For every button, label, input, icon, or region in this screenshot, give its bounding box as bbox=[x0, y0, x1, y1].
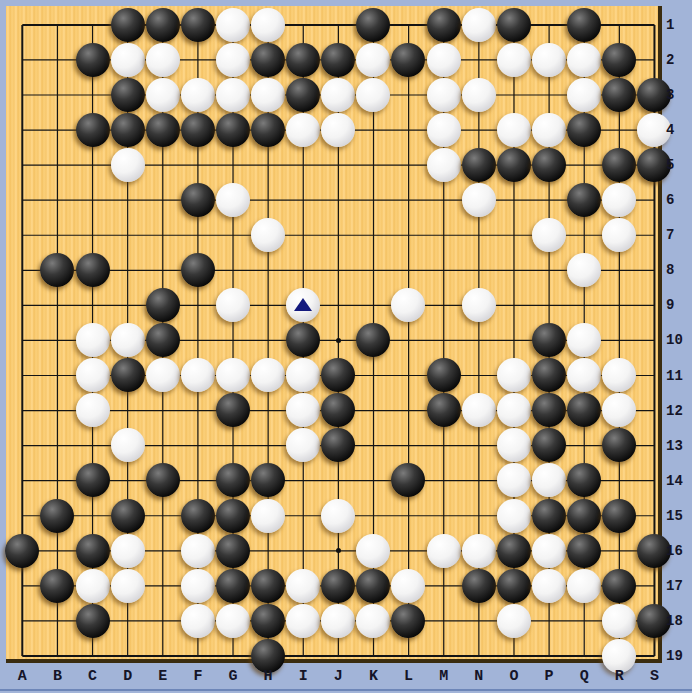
intersection-D1[interactable] bbox=[110, 7, 145, 42]
intersection-B10[interactable] bbox=[40, 323, 75, 358]
intersection-M14[interactable] bbox=[426, 463, 461, 498]
intersection-I18[interactable] bbox=[286, 603, 321, 638]
intersection-I8[interactable] bbox=[286, 253, 321, 288]
intersection-R18[interactable] bbox=[602, 603, 637, 638]
intersection-B3[interactable] bbox=[40, 77, 75, 112]
intersection-J2[interactable] bbox=[321, 42, 356, 77]
intersection-I5[interactable] bbox=[286, 148, 321, 183]
intersection-M15[interactable] bbox=[426, 498, 461, 533]
intersection-J3[interactable] bbox=[321, 77, 356, 112]
intersection-B9[interactable] bbox=[40, 288, 75, 323]
intersection-J9[interactable] bbox=[321, 288, 356, 323]
intersection-A6[interactable] bbox=[5, 183, 40, 218]
intersection-R9[interactable] bbox=[602, 288, 637, 323]
intersection-C10[interactable] bbox=[75, 323, 110, 358]
intersection-M17[interactable] bbox=[426, 568, 461, 603]
intersection-O7[interactable] bbox=[496, 218, 531, 253]
intersection-D5[interactable] bbox=[110, 148, 145, 183]
intersection-K17[interactable] bbox=[356, 568, 391, 603]
intersection-C18[interactable] bbox=[75, 603, 110, 638]
intersection-O12[interactable] bbox=[496, 393, 531, 428]
intersection-N18[interactable] bbox=[461, 603, 496, 638]
intersection-C1[interactable] bbox=[75, 7, 110, 42]
intersection-E8[interactable] bbox=[145, 253, 180, 288]
intersection-A9[interactable] bbox=[5, 288, 40, 323]
intersection-G12[interactable] bbox=[215, 393, 250, 428]
intersection-J18[interactable] bbox=[321, 603, 356, 638]
intersection-H1[interactable] bbox=[251, 7, 286, 42]
intersection-D13[interactable] bbox=[110, 428, 145, 463]
intersection-A11[interactable] bbox=[5, 358, 40, 393]
intersection-O14[interactable] bbox=[496, 463, 531, 498]
intersection-P8[interactable] bbox=[531, 253, 566, 288]
intersection-L10[interactable] bbox=[391, 323, 426, 358]
intersection-F13[interactable] bbox=[180, 428, 215, 463]
intersection-J10[interactable] bbox=[321, 323, 356, 358]
intersection-K7[interactable] bbox=[356, 218, 391, 253]
intersection-L8[interactable] bbox=[391, 253, 426, 288]
intersection-A5[interactable] bbox=[5, 148, 40, 183]
intersection-K10[interactable] bbox=[356, 323, 391, 358]
intersection-D2[interactable] bbox=[110, 42, 145, 77]
intersection-O6[interactable] bbox=[496, 183, 531, 218]
intersection-A1[interactable] bbox=[5, 7, 40, 42]
intersection-A8[interactable] bbox=[5, 253, 40, 288]
intersection-I1[interactable] bbox=[286, 7, 321, 42]
intersection-E3[interactable] bbox=[145, 77, 180, 112]
intersection-E4[interactable] bbox=[145, 113, 180, 148]
intersection-N10[interactable] bbox=[461, 323, 496, 358]
intersection-C17[interactable] bbox=[75, 568, 110, 603]
intersection-D4[interactable] bbox=[110, 113, 145, 148]
intersection-Q16[interactable] bbox=[566, 533, 601, 568]
intersection-C7[interactable] bbox=[75, 218, 110, 253]
intersection-H2[interactable] bbox=[251, 42, 286, 77]
intersection-M8[interactable] bbox=[426, 253, 461, 288]
intersection-F8[interactable] bbox=[180, 253, 215, 288]
intersection-O2[interactable] bbox=[496, 42, 531, 77]
intersection-Q11[interactable] bbox=[566, 358, 601, 393]
intersection-O9[interactable] bbox=[496, 288, 531, 323]
intersection-H6[interactable] bbox=[251, 183, 286, 218]
intersection-I12[interactable] bbox=[286, 393, 321, 428]
intersection-A4[interactable] bbox=[5, 113, 40, 148]
intersection-E10[interactable] bbox=[145, 323, 180, 358]
intersection-L5[interactable] bbox=[391, 148, 426, 183]
intersection-Q7[interactable] bbox=[566, 218, 601, 253]
intersection-D10[interactable] bbox=[110, 323, 145, 358]
intersection-B4[interactable] bbox=[40, 113, 75, 148]
intersection-H14[interactable] bbox=[251, 463, 286, 498]
intersection-P17[interactable] bbox=[531, 568, 566, 603]
intersection-O1[interactable] bbox=[496, 7, 531, 42]
intersection-E7[interactable] bbox=[145, 218, 180, 253]
intersection-J12[interactable] bbox=[321, 393, 356, 428]
intersection-H8[interactable] bbox=[251, 253, 286, 288]
intersection-Q12[interactable] bbox=[566, 393, 601, 428]
intersection-R17[interactable] bbox=[602, 568, 637, 603]
intersection-E11[interactable] bbox=[145, 358, 180, 393]
intersection-Q9[interactable] bbox=[566, 288, 601, 323]
intersection-H18[interactable] bbox=[251, 603, 286, 638]
intersection-O10[interactable] bbox=[496, 323, 531, 358]
intersection-F3[interactable] bbox=[180, 77, 215, 112]
intersection-K9[interactable] bbox=[356, 288, 391, 323]
intersection-C5[interactable] bbox=[75, 148, 110, 183]
intersection-J6[interactable] bbox=[321, 183, 356, 218]
intersection-H16[interactable] bbox=[251, 533, 286, 568]
intersection-H7[interactable] bbox=[251, 218, 286, 253]
intersection-G5[interactable] bbox=[215, 148, 250, 183]
intersection-L14[interactable] bbox=[391, 463, 426, 498]
intersection-L17[interactable] bbox=[391, 568, 426, 603]
intersection-D17[interactable] bbox=[110, 568, 145, 603]
intersection-J15[interactable] bbox=[321, 498, 356, 533]
intersection-P5[interactable] bbox=[531, 148, 566, 183]
intersection-N3[interactable] bbox=[461, 77, 496, 112]
intersection-B2[interactable] bbox=[40, 42, 75, 77]
intersection-R1[interactable] bbox=[602, 7, 637, 42]
intersection-A10[interactable] bbox=[5, 323, 40, 358]
intersection-A15[interactable] bbox=[5, 498, 40, 533]
intersection-K4[interactable] bbox=[356, 113, 391, 148]
intersection-R5[interactable] bbox=[602, 148, 637, 183]
intersection-C2[interactable] bbox=[75, 42, 110, 77]
intersection-G4[interactable] bbox=[215, 113, 250, 148]
intersection-C9[interactable] bbox=[75, 288, 110, 323]
intersection-C8[interactable] bbox=[75, 253, 110, 288]
intersection-I16[interactable] bbox=[286, 533, 321, 568]
intersection-I4[interactable] bbox=[286, 113, 321, 148]
intersection-M16[interactable] bbox=[426, 533, 461, 568]
intersection-R7[interactable] bbox=[602, 218, 637, 253]
intersection-K15[interactable] bbox=[356, 498, 391, 533]
intersection-N15[interactable] bbox=[461, 498, 496, 533]
intersection-B14[interactable] bbox=[40, 463, 75, 498]
intersection-K6[interactable] bbox=[356, 183, 391, 218]
intersection-D12[interactable] bbox=[110, 393, 145, 428]
intersection-G1[interactable] bbox=[215, 7, 250, 42]
intersection-Q4[interactable] bbox=[566, 113, 601, 148]
intersection-I9[interactable] bbox=[286, 288, 321, 323]
intersection-A18[interactable] bbox=[5, 603, 40, 638]
intersection-L15[interactable] bbox=[391, 498, 426, 533]
intersection-E13[interactable] bbox=[145, 428, 180, 463]
intersection-M1[interactable] bbox=[426, 7, 461, 42]
intersection-M11[interactable] bbox=[426, 358, 461, 393]
intersection-G7[interactable] bbox=[215, 218, 250, 253]
intersection-R15[interactable] bbox=[602, 498, 637, 533]
intersection-N13[interactable] bbox=[461, 428, 496, 463]
intersection-H13[interactable] bbox=[251, 428, 286, 463]
intersection-N16[interactable] bbox=[461, 533, 496, 568]
intersection-R3[interactable] bbox=[602, 77, 637, 112]
intersection-K5[interactable] bbox=[356, 148, 391, 183]
intersection-D14[interactable] bbox=[110, 463, 145, 498]
intersection-Q6[interactable] bbox=[566, 183, 601, 218]
intersection-C12[interactable] bbox=[75, 393, 110, 428]
intersection-D9[interactable] bbox=[110, 288, 145, 323]
intersection-G13[interactable] bbox=[215, 428, 250, 463]
intersection-Q14[interactable] bbox=[566, 463, 601, 498]
intersection-Q15[interactable] bbox=[566, 498, 601, 533]
intersection-E18[interactable] bbox=[145, 603, 180, 638]
intersection-M3[interactable] bbox=[426, 77, 461, 112]
intersection-N17[interactable] bbox=[461, 568, 496, 603]
intersection-E12[interactable] bbox=[145, 393, 180, 428]
intersection-I15[interactable] bbox=[286, 498, 321, 533]
intersection-H15[interactable] bbox=[251, 498, 286, 533]
intersection-C11[interactable] bbox=[75, 358, 110, 393]
intersection-Q8[interactable] bbox=[566, 253, 601, 288]
intersection-P14[interactable] bbox=[531, 463, 566, 498]
intersection-K18[interactable] bbox=[356, 603, 391, 638]
intersection-E17[interactable] bbox=[145, 568, 180, 603]
intersection-G2[interactable] bbox=[215, 42, 250, 77]
intersection-D3[interactable] bbox=[110, 77, 145, 112]
intersection-B18[interactable] bbox=[40, 603, 75, 638]
intersection-L2[interactable] bbox=[391, 42, 426, 77]
intersection-A7[interactable] bbox=[5, 218, 40, 253]
intersection-R6[interactable] bbox=[602, 183, 637, 218]
intersection-G10[interactable] bbox=[215, 323, 250, 358]
intersection-J5[interactable] bbox=[321, 148, 356, 183]
intersection-F16[interactable] bbox=[180, 533, 215, 568]
intersection-I10[interactable] bbox=[286, 323, 321, 358]
intersection-D18[interactable] bbox=[110, 603, 145, 638]
intersection-P16[interactable] bbox=[531, 533, 566, 568]
intersection-N8[interactable] bbox=[461, 253, 496, 288]
intersection-D8[interactable] bbox=[110, 253, 145, 288]
intersection-E5[interactable] bbox=[145, 148, 180, 183]
intersection-P12[interactable] bbox=[531, 393, 566, 428]
intersection-L12[interactable] bbox=[391, 393, 426, 428]
intersection-P13[interactable] bbox=[531, 428, 566, 463]
intersection-O16[interactable] bbox=[496, 533, 531, 568]
intersection-B1[interactable] bbox=[40, 7, 75, 42]
intersection-F1[interactable] bbox=[180, 7, 215, 42]
intersection-G11[interactable] bbox=[215, 358, 250, 393]
intersection-Q10[interactable] bbox=[566, 323, 601, 358]
intersection-F6[interactable] bbox=[180, 183, 215, 218]
intersection-G14[interactable] bbox=[215, 463, 250, 498]
intersection-J13[interactable] bbox=[321, 428, 356, 463]
intersection-K3[interactable] bbox=[356, 77, 391, 112]
intersection-M10[interactable] bbox=[426, 323, 461, 358]
intersection-E14[interactable] bbox=[145, 463, 180, 498]
intersection-K2[interactable] bbox=[356, 42, 391, 77]
intersection-K13[interactable] bbox=[356, 428, 391, 463]
intersection-N4[interactable] bbox=[461, 113, 496, 148]
intersection-K14[interactable] bbox=[356, 463, 391, 498]
intersection-H17[interactable] bbox=[251, 568, 286, 603]
intersection-J1[interactable] bbox=[321, 7, 356, 42]
intersection-B15[interactable] bbox=[40, 498, 75, 533]
intersection-N14[interactable] bbox=[461, 463, 496, 498]
intersection-N11[interactable] bbox=[461, 358, 496, 393]
intersection-L7[interactable] bbox=[391, 218, 426, 253]
intersection-L16[interactable] bbox=[391, 533, 426, 568]
intersection-L4[interactable] bbox=[391, 113, 426, 148]
intersection-R16[interactable] bbox=[602, 533, 637, 568]
intersection-L1[interactable] bbox=[391, 7, 426, 42]
intersection-E1[interactable] bbox=[145, 7, 180, 42]
intersection-O13[interactable] bbox=[496, 428, 531, 463]
intersection-Q1[interactable] bbox=[566, 7, 601, 42]
intersection-G8[interactable] bbox=[215, 253, 250, 288]
intersection-C16[interactable] bbox=[75, 533, 110, 568]
intersection-B12[interactable] bbox=[40, 393, 75, 428]
intersection-C14[interactable] bbox=[75, 463, 110, 498]
intersection-N1[interactable] bbox=[461, 7, 496, 42]
intersection-F5[interactable] bbox=[180, 148, 215, 183]
intersection-R8[interactable] bbox=[602, 253, 637, 288]
intersection-Q2[interactable] bbox=[566, 42, 601, 77]
intersection-G6[interactable] bbox=[215, 183, 250, 218]
intersection-N6[interactable] bbox=[461, 183, 496, 218]
intersection-K8[interactable] bbox=[356, 253, 391, 288]
intersection-M6[interactable] bbox=[426, 183, 461, 218]
intersection-Q18[interactable] bbox=[566, 603, 601, 638]
intersection-J17[interactable] bbox=[321, 568, 356, 603]
intersection-A2[interactable] bbox=[5, 42, 40, 77]
intersection-O18[interactable] bbox=[496, 603, 531, 638]
intersection-L6[interactable] bbox=[391, 183, 426, 218]
intersection-I14[interactable] bbox=[286, 463, 321, 498]
intersection-R10[interactable] bbox=[602, 323, 637, 358]
intersection-F10[interactable] bbox=[180, 323, 215, 358]
intersection-R4[interactable] bbox=[602, 113, 637, 148]
intersection-F2[interactable] bbox=[180, 42, 215, 77]
intersection-D15[interactable] bbox=[110, 498, 145, 533]
intersection-M2[interactable] bbox=[426, 42, 461, 77]
intersection-B5[interactable] bbox=[40, 148, 75, 183]
intersection-C3[interactable] bbox=[75, 77, 110, 112]
intersection-H11[interactable] bbox=[251, 358, 286, 393]
intersection-E15[interactable] bbox=[145, 498, 180, 533]
intersection-O11[interactable] bbox=[496, 358, 531, 393]
intersection-N7[interactable] bbox=[461, 218, 496, 253]
intersection-E9[interactable] bbox=[145, 288, 180, 323]
intersection-F4[interactable] bbox=[180, 113, 215, 148]
intersection-R12[interactable] bbox=[602, 393, 637, 428]
intersection-A13[interactable] bbox=[5, 428, 40, 463]
intersection-F18[interactable] bbox=[180, 603, 215, 638]
intersection-E16[interactable] bbox=[145, 533, 180, 568]
intersection-R2[interactable] bbox=[602, 42, 637, 77]
intersection-K12[interactable] bbox=[356, 393, 391, 428]
intersection-R13[interactable] bbox=[602, 428, 637, 463]
intersection-Q13[interactable] bbox=[566, 428, 601, 463]
intersection-I7[interactable] bbox=[286, 218, 321, 253]
stone-grid[interactable] bbox=[5, 7, 672, 673]
intersection-F11[interactable] bbox=[180, 358, 215, 393]
intersection-N12[interactable] bbox=[461, 393, 496, 428]
intersection-N5[interactable] bbox=[461, 148, 496, 183]
intersection-G9[interactable] bbox=[215, 288, 250, 323]
intersection-P4[interactable] bbox=[531, 113, 566, 148]
intersection-P11[interactable] bbox=[531, 358, 566, 393]
intersection-O4[interactable] bbox=[496, 113, 531, 148]
intersection-B8[interactable] bbox=[40, 253, 75, 288]
intersection-E6[interactable] bbox=[145, 183, 180, 218]
intersection-F9[interactable] bbox=[180, 288, 215, 323]
intersection-I13[interactable] bbox=[286, 428, 321, 463]
intersection-H3[interactable] bbox=[251, 77, 286, 112]
intersection-J11[interactable] bbox=[321, 358, 356, 393]
intersection-C13[interactable] bbox=[75, 428, 110, 463]
intersection-K16[interactable] bbox=[356, 533, 391, 568]
intersection-M13[interactable] bbox=[426, 428, 461, 463]
intersection-P1[interactable] bbox=[531, 7, 566, 42]
intersection-B11[interactable] bbox=[40, 358, 75, 393]
intersection-I17[interactable] bbox=[286, 568, 321, 603]
intersection-J16[interactable] bbox=[321, 533, 356, 568]
intersection-M7[interactable] bbox=[426, 218, 461, 253]
intersection-K11[interactable] bbox=[356, 358, 391, 393]
intersection-G15[interactable] bbox=[215, 498, 250, 533]
intersection-M5[interactable] bbox=[426, 148, 461, 183]
intersection-B17[interactable] bbox=[40, 568, 75, 603]
intersection-B16[interactable] bbox=[40, 533, 75, 568]
intersection-O15[interactable] bbox=[496, 498, 531, 533]
intersection-J14[interactable] bbox=[321, 463, 356, 498]
intersection-A17[interactable] bbox=[5, 568, 40, 603]
intersection-M4[interactable] bbox=[426, 113, 461, 148]
intersection-L9[interactable] bbox=[391, 288, 426, 323]
intersection-H12[interactable] bbox=[251, 393, 286, 428]
intersection-H5[interactable] bbox=[251, 148, 286, 183]
intersection-O17[interactable] bbox=[496, 568, 531, 603]
intersection-P6[interactable] bbox=[531, 183, 566, 218]
intersection-P15[interactable] bbox=[531, 498, 566, 533]
intersection-H10[interactable] bbox=[251, 323, 286, 358]
intersection-I2[interactable] bbox=[286, 42, 321, 77]
intersection-D11[interactable] bbox=[110, 358, 145, 393]
intersection-C4[interactable] bbox=[75, 113, 110, 148]
intersection-P3[interactable] bbox=[531, 77, 566, 112]
intersection-L13[interactable] bbox=[391, 428, 426, 463]
intersection-G17[interactable] bbox=[215, 568, 250, 603]
intersection-J4[interactable] bbox=[321, 113, 356, 148]
intersection-F12[interactable] bbox=[180, 393, 215, 428]
intersection-B6[interactable] bbox=[40, 183, 75, 218]
intersection-H4[interactable] bbox=[251, 113, 286, 148]
intersection-Q5[interactable] bbox=[566, 148, 601, 183]
intersection-M18[interactable] bbox=[426, 603, 461, 638]
intersection-M9[interactable] bbox=[426, 288, 461, 323]
intersection-Q3[interactable] bbox=[566, 77, 601, 112]
intersection-F17[interactable] bbox=[180, 568, 215, 603]
intersection-A12[interactable] bbox=[5, 393, 40, 428]
intersection-P18[interactable] bbox=[531, 603, 566, 638]
intersection-P7[interactable] bbox=[531, 218, 566, 253]
intersection-L11[interactable] bbox=[391, 358, 426, 393]
intersection-O3[interactable] bbox=[496, 77, 531, 112]
intersection-B7[interactable] bbox=[40, 218, 75, 253]
intersection-D16[interactable] bbox=[110, 533, 145, 568]
intersection-J8[interactable] bbox=[321, 253, 356, 288]
intersection-R14[interactable] bbox=[602, 463, 637, 498]
intersection-L3[interactable] bbox=[391, 77, 426, 112]
intersection-N9[interactable] bbox=[461, 288, 496, 323]
intersection-G3[interactable] bbox=[215, 77, 250, 112]
intersection-C15[interactable] bbox=[75, 498, 110, 533]
intersection-B13[interactable] bbox=[40, 428, 75, 463]
intersection-F14[interactable] bbox=[180, 463, 215, 498]
intersection-A14[interactable] bbox=[5, 463, 40, 498]
intersection-A3[interactable] bbox=[5, 77, 40, 112]
